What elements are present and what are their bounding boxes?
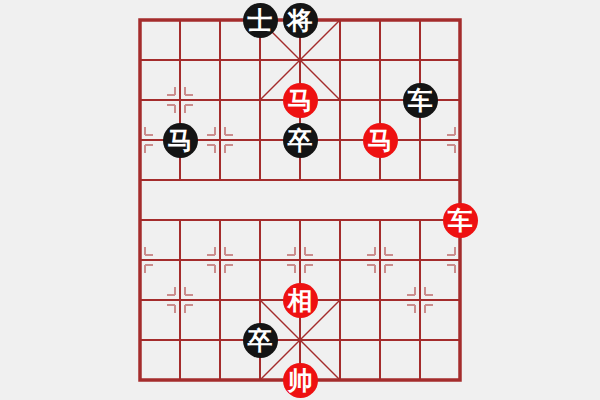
black-advisor[interactable]: 士 bbox=[243, 3, 278, 38]
black-soldier[interactable]: 卒 bbox=[243, 323, 278, 358]
red-chariot[interactable]: 车 bbox=[443, 203, 478, 238]
red-general[interactable]: 帅 bbox=[283, 363, 318, 398]
black-horse[interactable]: 马 bbox=[163, 123, 198, 158]
xiangqi-diagram: 士将马车马卒马车相卒帅 bbox=[0, 0, 600, 400]
black-chariot[interactable]: 车 bbox=[403, 83, 438, 118]
red-elephant[interactable]: 相 bbox=[283, 283, 318, 318]
red-horse[interactable]: 马 bbox=[363, 123, 398, 158]
black-soldier[interactable]: 卒 bbox=[283, 123, 318, 158]
black-general[interactable]: 将 bbox=[283, 3, 318, 38]
xiangqi-piece-grid: 士将马车马卒马车相卒帅 bbox=[120, 0, 480, 400]
red-horse[interactable]: 马 bbox=[283, 83, 318, 118]
